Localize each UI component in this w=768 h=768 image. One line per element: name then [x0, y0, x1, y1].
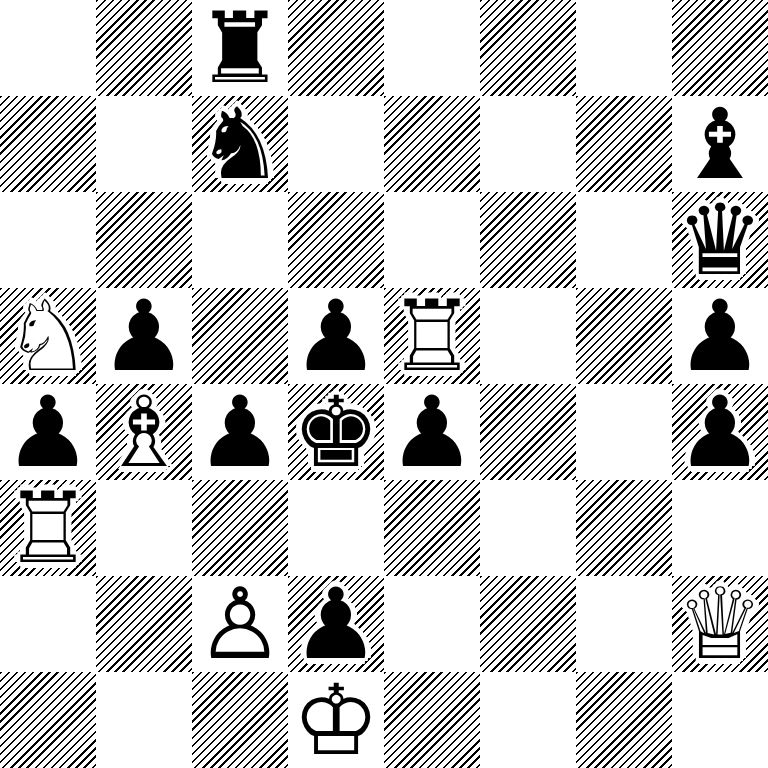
square-e8[interactable] [384, 0, 480, 96]
square-a7[interactable] [0, 96, 96, 192]
square-h1[interactable] [672, 672, 768, 768]
black-queen: ♛ [672, 192, 768, 288]
square-d1[interactable]: ♚♔ [288, 672, 384, 768]
square-e6[interactable] [384, 192, 480, 288]
black-king: ♚ [288, 384, 384, 480]
square-e1[interactable] [384, 672, 480, 768]
square-c4[interactable]: ♟♟ [192, 384, 288, 480]
square-g6[interactable] [576, 192, 672, 288]
square-b8[interactable] [96, 0, 192, 96]
black-pawn-halo: ♟ [384, 384, 480, 480]
white-knight: ♘ [0, 288, 96, 384]
square-f1[interactable] [480, 672, 576, 768]
square-f6[interactable] [480, 192, 576, 288]
white-queen-halo: ♛ [672, 576, 768, 672]
white-rook-halo: ♜ [0, 480, 96, 576]
black-pawn: ♟ [96, 288, 192, 384]
black-pawn: ♟ [288, 288, 384, 384]
square-a3[interactable]: ♜♖ [0, 480, 96, 576]
square-h4[interactable]: ♟♟ [672, 384, 768, 480]
black-pawn: ♟ [384, 384, 480, 480]
square-a2[interactable] [0, 576, 96, 672]
square-f8[interactable] [480, 0, 576, 96]
square-h6[interactable]: ♛♛ [672, 192, 768, 288]
square-e4[interactable]: ♟♟ [384, 384, 480, 480]
chess-board: ♜♜♞♞♝♝♛♛♞♘♟♟♟♟♜♖♟♟♟♟♝♗♟♟♚♚♟♟♟♟♜♖♟♙♟♟♛♕♚♔ [0, 0, 768, 768]
square-c1[interactable] [192, 672, 288, 768]
square-a4[interactable]: ♟♟ [0, 384, 96, 480]
square-a1[interactable] [0, 672, 96, 768]
black-pawn-halo: ♟ [672, 288, 768, 384]
black-pawn-halo: ♟ [0, 384, 96, 480]
white-rook: ♖ [0, 480, 96, 576]
square-g7[interactable] [576, 96, 672, 192]
square-g3[interactable] [576, 480, 672, 576]
white-pawn-halo: ♟ [192, 576, 288, 672]
square-f5[interactable] [480, 288, 576, 384]
square-d6[interactable] [288, 192, 384, 288]
square-g1[interactable] [576, 672, 672, 768]
square-e3[interactable] [384, 480, 480, 576]
black-queen-halo: ♛ [672, 192, 768, 288]
black-bishop-halo: ♝ [672, 96, 768, 192]
white-bishop-halo: ♝ [96, 384, 192, 480]
black-bishop: ♝ [672, 96, 768, 192]
square-d4[interactable]: ♚♚ [288, 384, 384, 480]
square-f3[interactable] [480, 480, 576, 576]
white-queen: ♕ [672, 576, 768, 672]
square-b7[interactable] [96, 96, 192, 192]
square-a6[interactable] [0, 192, 96, 288]
white-knight-halo: ♞ [0, 288, 96, 384]
square-h2[interactable]: ♛♕ [672, 576, 768, 672]
black-knight: ♞ [192, 96, 288, 192]
square-g8[interactable] [576, 0, 672, 96]
square-d5[interactable]: ♟♟ [288, 288, 384, 384]
square-h7[interactable]: ♝♝ [672, 96, 768, 192]
square-f7[interactable] [480, 96, 576, 192]
square-d7[interactable] [288, 96, 384, 192]
square-b2[interactable] [96, 576, 192, 672]
square-c6[interactable] [192, 192, 288, 288]
square-f4[interactable] [480, 384, 576, 480]
white-bishop: ♗ [96, 384, 192, 480]
white-king: ♔ [288, 672, 384, 768]
square-b1[interactable] [96, 672, 192, 768]
white-king-halo: ♚ [288, 672, 384, 768]
black-pawn-halo: ♟ [288, 576, 384, 672]
square-b3[interactable] [96, 480, 192, 576]
square-e5[interactable]: ♜♖ [384, 288, 480, 384]
white-rook-halo: ♜ [384, 288, 480, 384]
square-b4[interactable]: ♝♗ [96, 384, 192, 480]
square-h8[interactable] [672, 0, 768, 96]
square-e2[interactable] [384, 576, 480, 672]
square-g5[interactable] [576, 288, 672, 384]
square-c5[interactable] [192, 288, 288, 384]
black-pawn: ♟ [288, 576, 384, 672]
black-pawn-halo: ♟ [96, 288, 192, 384]
black-pawn: ♟ [0, 384, 96, 480]
square-c2[interactable]: ♟♙ [192, 576, 288, 672]
square-a5[interactable]: ♞♘ [0, 288, 96, 384]
square-d2[interactable]: ♟♟ [288, 576, 384, 672]
black-rook-halo: ♜ [192, 0, 288, 96]
square-b6[interactable] [96, 192, 192, 288]
black-rook: ♜ [192, 0, 288, 96]
black-pawn-halo: ♟ [288, 288, 384, 384]
black-knight-halo: ♞ [192, 96, 288, 192]
white-pawn: ♙ [192, 576, 288, 672]
black-king-halo: ♚ [288, 384, 384, 480]
square-g2[interactable] [576, 576, 672, 672]
black-pawn: ♟ [192, 384, 288, 480]
square-h5[interactable]: ♟♟ [672, 288, 768, 384]
black-pawn: ♟ [672, 384, 768, 480]
square-a8[interactable] [0, 0, 96, 96]
square-f2[interactable] [480, 576, 576, 672]
black-pawn: ♟ [672, 288, 768, 384]
square-d8[interactable] [288, 0, 384, 96]
white-rook: ♖ [384, 288, 480, 384]
square-c3[interactable] [192, 480, 288, 576]
square-g4[interactable] [576, 384, 672, 480]
square-d3[interactable] [288, 480, 384, 576]
square-c8[interactable]: ♜♜ [192, 0, 288, 96]
square-h3[interactable] [672, 480, 768, 576]
square-c7[interactable]: ♞♞ [192, 96, 288, 192]
square-b5[interactable]: ♟♟ [96, 288, 192, 384]
black-pawn-halo: ♟ [672, 384, 768, 480]
black-pawn-halo: ♟ [192, 384, 288, 480]
square-e7[interactable] [384, 96, 480, 192]
